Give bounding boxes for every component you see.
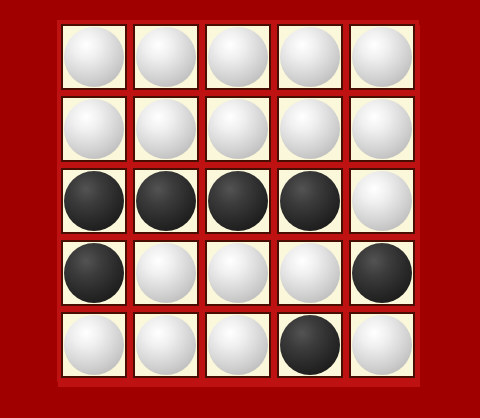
white-ball[interactable] <box>280 243 340 303</box>
black-ball[interactable] <box>280 171 340 231</box>
white-ball[interactable] <box>136 99 196 159</box>
cell-r3c4[interactable] <box>277 168 343 234</box>
white-ball[interactable] <box>208 27 268 87</box>
cell-r1c2[interactable] <box>133 24 199 90</box>
cell-r4c4[interactable] <box>277 240 343 306</box>
game-board <box>57 20 419 382</box>
white-ball[interactable] <box>280 27 340 87</box>
cell-r4c3[interactable] <box>205 240 271 306</box>
black-ball[interactable] <box>64 243 124 303</box>
black-ball[interactable] <box>352 243 412 303</box>
cell-r3c3[interactable] <box>205 168 271 234</box>
black-ball[interactable] <box>136 171 196 231</box>
cell-r1c1[interactable] <box>61 24 127 90</box>
black-ball[interactable] <box>280 315 340 375</box>
cell-r2c5[interactable] <box>349 96 415 162</box>
white-ball[interactable] <box>136 243 196 303</box>
cell-r5c5[interactable] <box>349 312 415 378</box>
cell-r2c3[interactable] <box>205 96 271 162</box>
cell-r4c1[interactable] <box>61 240 127 306</box>
white-ball[interactable] <box>64 99 124 159</box>
cell-r3c1[interactable] <box>61 168 127 234</box>
white-ball[interactable] <box>208 99 268 159</box>
white-ball[interactable] <box>136 315 196 375</box>
cell-r1c3[interactable] <box>205 24 271 90</box>
cell-r4c5[interactable] <box>349 240 415 306</box>
cell-r5c1[interactable] <box>61 312 127 378</box>
cell-r1c5[interactable] <box>349 24 415 90</box>
cell-r4c2[interactable] <box>133 240 199 306</box>
cell-r5c3[interactable] <box>205 312 271 378</box>
cell-r3c2[interactable] <box>133 168 199 234</box>
white-ball[interactable] <box>208 315 268 375</box>
white-ball[interactable] <box>64 315 124 375</box>
black-ball[interactable] <box>208 171 268 231</box>
white-ball[interactable] <box>352 99 412 159</box>
white-ball[interactable] <box>352 27 412 87</box>
cell-r1c4[interactable] <box>277 24 343 90</box>
cell-r2c1[interactable] <box>61 96 127 162</box>
white-ball[interactable] <box>64 27 124 87</box>
cell-r3c5[interactable] <box>349 168 415 234</box>
cell-r5c4[interactable] <box>277 312 343 378</box>
white-ball[interactable] <box>352 171 412 231</box>
white-ball[interactable] <box>280 99 340 159</box>
cell-r2c2[interactable] <box>133 96 199 162</box>
cell-r5c2[interactable] <box>133 312 199 378</box>
white-ball[interactable] <box>208 243 268 303</box>
white-ball[interactable] <box>352 315 412 375</box>
black-ball[interactable] <box>64 171 124 231</box>
cell-r2c4[interactable] <box>277 96 343 162</box>
white-ball[interactable] <box>136 27 196 87</box>
